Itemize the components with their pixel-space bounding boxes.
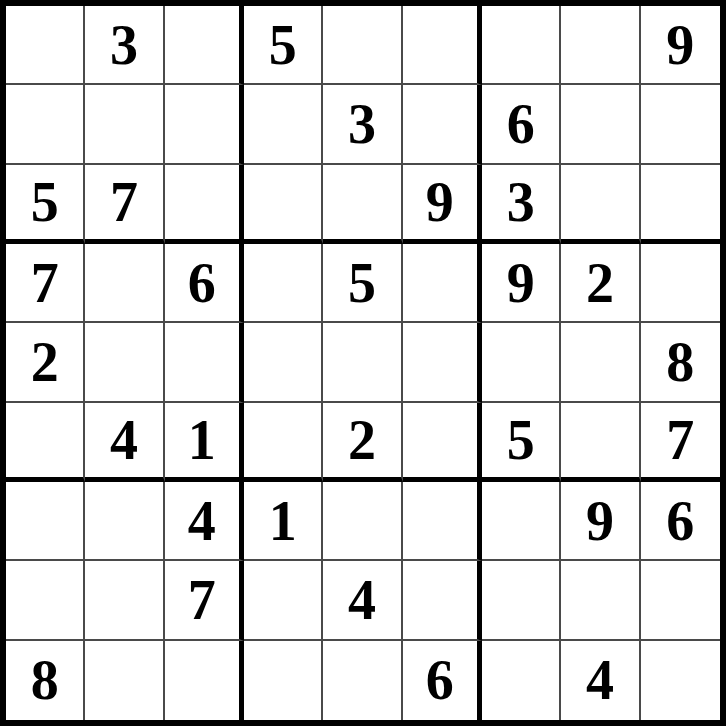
- cell-r1c5[interactable]: [323, 6, 402, 85]
- cell-r7c2[interactable]: [85, 482, 164, 561]
- cell-r5c7[interactable]: [482, 323, 561, 402]
- given-digit: 6: [507, 96, 535, 152]
- cell-r4c9[interactable]: [641, 244, 720, 323]
- cell-r5c2[interactable]: [85, 323, 164, 402]
- cell-r1c1[interactable]: [6, 6, 85, 85]
- cell-r4c7[interactable]: 9: [482, 244, 561, 323]
- given-digit: 4: [348, 572, 376, 628]
- cell-r7c6[interactable]: [403, 482, 482, 561]
- cell-r1c4[interactable]: 5: [244, 6, 323, 85]
- given-digit: 7: [31, 255, 59, 311]
- given-digit: 4: [586, 652, 614, 708]
- cell-r6c8[interactable]: [561, 403, 640, 482]
- cell-r3c9[interactable]: [641, 165, 720, 244]
- given-digit: 9: [586, 493, 614, 549]
- cell-r1c9[interactable]: 9: [641, 6, 720, 85]
- cell-r5c6[interactable]: [403, 323, 482, 402]
- given-digit: 1: [188, 412, 216, 468]
- cell-r4c1[interactable]: 7: [6, 244, 85, 323]
- cell-r6c2[interactable]: 4: [85, 403, 164, 482]
- cell-r3c6[interactable]: 9: [403, 165, 482, 244]
- cell-r4c2[interactable]: [85, 244, 164, 323]
- cell-r5c9[interactable]: 8: [641, 323, 720, 402]
- cell-r2c9[interactable]: [641, 85, 720, 164]
- cell-r3c2[interactable]: 7: [85, 165, 164, 244]
- cell-r1c3[interactable]: [165, 6, 244, 85]
- cell-r5c5[interactable]: [323, 323, 402, 402]
- cell-r6c4[interactable]: [244, 403, 323, 482]
- cell-r3c3[interactable]: [165, 165, 244, 244]
- cell-r6c9[interactable]: 7: [641, 403, 720, 482]
- cell-r8c6[interactable]: [403, 561, 482, 640]
- cell-r2c5[interactable]: 3: [323, 85, 402, 164]
- given-digit: 4: [188, 493, 216, 549]
- cell-r2c7[interactable]: 6: [482, 85, 561, 164]
- given-digit: 2: [31, 334, 59, 390]
- cell-r5c3[interactable]: [165, 323, 244, 402]
- cell-r8c5[interactable]: 4: [323, 561, 402, 640]
- cell-r8c4[interactable]: [244, 561, 323, 640]
- cell-r7c5[interactable]: [323, 482, 402, 561]
- cell-r1c6[interactable]: [403, 6, 482, 85]
- cell-r1c7[interactable]: [482, 6, 561, 85]
- given-digit: 6: [426, 652, 454, 708]
- given-digit: 6: [666, 493, 694, 549]
- cell-r8c1[interactable]: [6, 561, 85, 640]
- cell-r1c8[interactable]: [561, 6, 640, 85]
- given-digit: 9: [426, 174, 454, 230]
- given-digit: 5: [31, 174, 59, 230]
- given-digit: 6: [188, 255, 216, 311]
- given-digit: 2: [586, 255, 614, 311]
- cell-r8c9[interactable]: [641, 561, 720, 640]
- sudoku-board: 359365793765922841257419674864: [0, 0, 726, 726]
- cell-r3c4[interactable]: [244, 165, 323, 244]
- cell-r1c2[interactable]: 3: [85, 6, 164, 85]
- given-digit: 9: [507, 255, 535, 311]
- cell-r2c1[interactable]: [6, 85, 85, 164]
- cell-r6c1[interactable]: [6, 403, 85, 482]
- given-digit: 3: [507, 174, 535, 230]
- given-digit: 5: [348, 255, 376, 311]
- cell-r7c9[interactable]: 6: [641, 482, 720, 561]
- cell-r7c7[interactable]: [482, 482, 561, 561]
- cell-r3c7[interactable]: 3: [482, 165, 561, 244]
- cell-r9c6[interactable]: 6: [403, 641, 482, 720]
- cell-r2c6[interactable]: [403, 85, 482, 164]
- given-digit: 5: [269, 17, 297, 73]
- cell-r4c4[interactable]: [244, 244, 323, 323]
- cell-r2c2[interactable]: [85, 85, 164, 164]
- cell-r9c5[interactable]: [323, 641, 402, 720]
- cell-r4c5[interactable]: 5: [323, 244, 402, 323]
- cell-r4c6[interactable]: [403, 244, 482, 323]
- cell-r3c1[interactable]: 5: [6, 165, 85, 244]
- given-digit: 8: [666, 334, 694, 390]
- given-digit: 3: [110, 17, 138, 73]
- given-digit: 8: [31, 652, 59, 708]
- cell-r8c2[interactable]: [85, 561, 164, 640]
- given-digit: 4: [110, 412, 138, 468]
- cell-r9c2[interactable]: [85, 641, 164, 720]
- cell-r2c3[interactable]: [165, 85, 244, 164]
- cell-r3c8[interactable]: [561, 165, 640, 244]
- cell-r7c8[interactable]: 9: [561, 482, 640, 561]
- cell-r9c7[interactable]: [482, 641, 561, 720]
- given-digit: 7: [666, 412, 694, 468]
- cell-r9c1[interactable]: 8: [6, 641, 85, 720]
- given-digit: 7: [110, 174, 138, 230]
- cell-r9c8[interactable]: 4: [561, 641, 640, 720]
- given-digit: 9: [666, 17, 694, 73]
- cell-r6c6[interactable]: [403, 403, 482, 482]
- cell-r2c4[interactable]: [244, 85, 323, 164]
- cell-r3c5[interactable]: [323, 165, 402, 244]
- cell-r4c8[interactable]: 2: [561, 244, 640, 323]
- cell-r9c3[interactable]: [165, 641, 244, 720]
- cell-r6c5[interactable]: 2: [323, 403, 402, 482]
- cell-r5c8[interactable]: [561, 323, 640, 402]
- cell-r7c4[interactable]: 1: [244, 482, 323, 561]
- cell-r8c7[interactable]: [482, 561, 561, 640]
- cell-r7c1[interactable]: [6, 482, 85, 561]
- cell-r6c3[interactable]: 1: [165, 403, 244, 482]
- cell-r4c3[interactable]: 6: [165, 244, 244, 323]
- cell-r7c3[interactable]: 4: [165, 482, 244, 561]
- cell-r8c3[interactable]: 7: [165, 561, 244, 640]
- cell-r5c1[interactable]: 2: [6, 323, 85, 402]
- cell-r6c7[interactable]: 5: [482, 403, 561, 482]
- given-digit: 7: [188, 572, 216, 628]
- cell-r9c4[interactable]: [244, 641, 323, 720]
- cell-r9c9[interactable]: [641, 641, 720, 720]
- cell-r2c8[interactable]: [561, 85, 640, 164]
- given-digit: 3: [348, 96, 376, 152]
- cell-r5c4[interactable]: [244, 323, 323, 402]
- given-digit: 5: [507, 412, 535, 468]
- given-digit: 2: [348, 412, 376, 468]
- given-digit: 1: [269, 493, 297, 549]
- cell-r8c8[interactable]: [561, 561, 640, 640]
